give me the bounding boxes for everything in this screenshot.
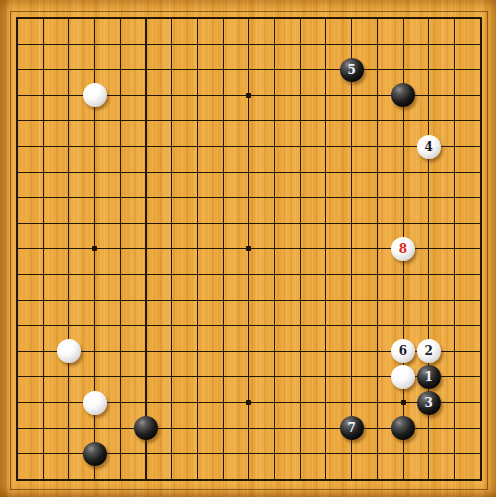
go-stone-black-setup[interactable]: [134, 416, 158, 440]
move-number-label: 7: [347, 422, 355, 434]
move-number-label: 8: [399, 243, 407, 255]
move-number-label: 6: [399, 345, 407, 357]
go-board[interactable]: 54862137: [0, 0, 496, 497]
move-number-label: 1: [425, 371, 433, 383]
go-stone-white-move-4[interactable]: 4: [417, 135, 441, 159]
go-stone-white-setup[interactable]: [83, 83, 107, 107]
hoshi-point: [92, 246, 97, 251]
go-stone-white-setup[interactable]: [391, 365, 415, 389]
hoshi-point: [401, 400, 406, 405]
go-stone-black-setup[interactable]: [83, 442, 107, 466]
go-diagram: 54862137: [0, 0, 496, 497]
go-stone-white-move-8[interactable]: 8: [391, 237, 415, 261]
move-number-label: 4: [425, 141, 433, 153]
hoshi-point: [246, 400, 251, 405]
hoshi-point: [246, 246, 251, 251]
move-number-label: 3: [425, 397, 433, 409]
go-stone-black-setup[interactable]: [391, 416, 415, 440]
move-number-label: 2: [425, 345, 433, 357]
go-stone-white-move-2[interactable]: 2: [417, 339, 441, 363]
go-stone-black-move-3[interactable]: 3: [417, 391, 441, 415]
go-stone-black-move-1[interactable]: 1: [417, 365, 441, 389]
go-stone-white-setup[interactable]: [83, 391, 107, 415]
go-stone-black-move-7[interactable]: 7: [340, 416, 364, 440]
go-stone-black-move-5[interactable]: 5: [340, 58, 364, 82]
move-number-label: 5: [347, 64, 355, 76]
hoshi-point: [246, 93, 251, 98]
